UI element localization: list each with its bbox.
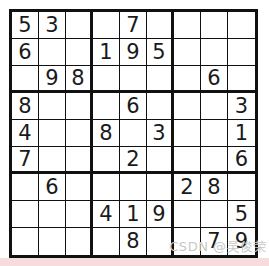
cell-r2c8 [201, 39, 228, 66]
cell-r8c6: 9 [147, 201, 174, 228]
cell-r6c8 [201, 147, 228, 174]
cell-r2c3 [66, 39, 93, 66]
cell-r4c4 [93, 93, 120, 120]
cell-r3c1 [12, 66, 39, 93]
cell-r2c1: 6 [12, 39, 39, 66]
cell-r6c3 [66, 147, 93, 174]
cell-r8c5: 1 [120, 201, 147, 228]
cell-r6c6 [147, 147, 174, 174]
cell-r5c4: 8 [93, 120, 120, 147]
cell-r9c9: 9 [228, 228, 255, 255]
cell-r7c8: 8 [201, 174, 228, 201]
cell-r7c4 [93, 174, 120, 201]
cell-r1c5: 7 [120, 12, 147, 39]
cell-r6c7 [174, 147, 201, 174]
cell-r4c3 [66, 93, 93, 120]
cell-r5c6: 3 [147, 120, 174, 147]
cell-r6c9: 6 [228, 147, 255, 174]
cell-r8c4: 4 [93, 201, 120, 228]
cell-r7c1 [12, 174, 39, 201]
cell-r4c2 [39, 93, 66, 120]
cell-r3c5 [120, 66, 147, 93]
cell-r9c7 [174, 228, 201, 255]
cell-r6c2 [39, 147, 66, 174]
cell-r6c1: 7 [12, 147, 39, 174]
cell-r1c9 [228, 12, 255, 39]
cell-r9c8: 7 [201, 228, 228, 255]
cell-r5c2 [39, 120, 66, 147]
cell-r9c4 [93, 228, 120, 255]
cell-r3c7 [174, 66, 201, 93]
cell-r6c5: 2 [120, 147, 147, 174]
cell-r1c1: 5 [12, 12, 39, 39]
cell-r5c1: 4 [12, 120, 39, 147]
cell-r4c9: 3 [228, 93, 255, 120]
cell-r3c9 [228, 66, 255, 93]
cell-r3c3: 8 [66, 66, 93, 93]
cell-r3c2: 9 [39, 66, 66, 93]
cell-r9c1 [12, 228, 39, 255]
cell-r3c8: 6 [201, 66, 228, 93]
cell-r3c6 [147, 66, 174, 93]
cell-r4c5: 6 [120, 93, 147, 120]
cell-r8c1 [12, 201, 39, 228]
cell-r4c1: 8 [12, 93, 39, 120]
cell-r9c2 [39, 228, 66, 255]
cell-r1c7 [174, 12, 201, 39]
cell-r1c4 [93, 12, 120, 39]
cell-r2c4: 1 [93, 39, 120, 66]
cell-r9c3 [66, 228, 93, 255]
cell-r2c2 [39, 39, 66, 66]
cell-r5c3 [66, 120, 93, 147]
cell-r7c3 [66, 174, 93, 201]
cell-r4c7 [174, 93, 201, 120]
cell-r4c8 [201, 93, 228, 120]
cell-r2c9 [228, 39, 255, 66]
sudoku-screenshot: 537619598686348317266284195879 CSDN @吴俊荣 [0, 0, 269, 266]
cell-r2c5: 9 [120, 39, 147, 66]
cell-r1c3 [66, 12, 93, 39]
cell-r5c7 [174, 120, 201, 147]
cell-r8c3 [66, 201, 93, 228]
bottom-strip [0, 258, 269, 266]
cell-r7c2: 6 [39, 174, 66, 201]
cell-r5c8 [201, 120, 228, 147]
cell-r6c4 [93, 147, 120, 174]
sudoku-board: 537619598686348317266284195879 [9, 9, 258, 258]
cell-r8c7 [174, 201, 201, 228]
cell-r4c6 [147, 93, 174, 120]
cell-r2c6: 5 [147, 39, 174, 66]
cell-r1c2: 3 [39, 12, 66, 39]
cell-r2c7 [174, 39, 201, 66]
cell-r1c8 [201, 12, 228, 39]
cell-r9c5: 8 [120, 228, 147, 255]
cell-r7c7: 2 [174, 174, 201, 201]
cell-r8c9: 5 [228, 201, 255, 228]
cell-r8c8 [201, 201, 228, 228]
cell-r7c6 [147, 174, 174, 201]
cell-r8c2 [39, 201, 66, 228]
cell-r5c9: 1 [228, 120, 255, 147]
cell-r7c9 [228, 174, 255, 201]
cell-r5c5 [120, 120, 147, 147]
cell-r7c5 [120, 174, 147, 201]
cell-r1c6 [147, 12, 174, 39]
cell-r3c4 [93, 66, 120, 93]
cell-r9c6 [147, 228, 174, 255]
